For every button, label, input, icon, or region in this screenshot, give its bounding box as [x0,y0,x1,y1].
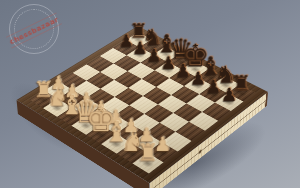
white-rook-icon: ♜ [137,141,159,165]
black-pawn-icon: ♟ [221,86,237,104]
product-photo: ♜♞♝♛♚♝♞♜♟♟♟♟♟♟♟♟♟♟♟♟♟♟♟♟♜♞♝♛♚♝♞♜ chessba… [0,0,300,188]
watermark-stamp: chessbazaar [9,4,59,54]
